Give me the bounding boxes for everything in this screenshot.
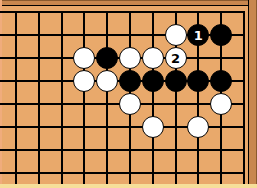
intersection-e1[interactable] [96, 1, 119, 24]
black-stone[interactable] [210, 70, 232, 92]
intersection-i2[interactable]: 1 [187, 24, 210, 47]
intersection-g2[interactable] [141, 24, 164, 47]
intersection-g6[interactable] [141, 116, 164, 139]
intersection-g4[interactable] [141, 70, 164, 93]
intersection-a8[interactable] [5, 162, 28, 185]
intersection-f6[interactable] [119, 116, 142, 139]
black-stone[interactable] [165, 70, 187, 92]
intersection-b1[interactable] [27, 1, 50, 24]
white-stone[interactable] [73, 47, 95, 69]
intersection-d5[interactable] [73, 93, 96, 116]
intersection-d4[interactable] [73, 70, 96, 93]
intersection-f4[interactable] [119, 70, 142, 93]
intersection-h1[interactable] [164, 1, 187, 24]
intersection-a5[interactable] [5, 93, 28, 116]
intersection-k3[interactable] [233, 47, 256, 70]
intersection-j4[interactable] [210, 70, 233, 93]
intersection-c1[interactable] [50, 1, 73, 24]
intersection-h8[interactable] [164, 162, 187, 185]
intersection-i7[interactable] [187, 139, 210, 162]
intersection-d7[interactable] [73, 139, 96, 162]
white-stone[interactable] [96, 70, 118, 92]
intersection-c2[interactable] [50, 24, 73, 47]
intersection-k2[interactable] [233, 24, 256, 47]
intersection-c7[interactable] [50, 139, 73, 162]
intersection-e6[interactable] [96, 116, 119, 139]
intersection-f8[interactable] [119, 162, 142, 185]
intersection-j2[interactable] [210, 24, 233, 47]
intersection-a1[interactable] [5, 1, 28, 24]
intersection-i5[interactable] [187, 93, 210, 116]
intersection-b7[interactable] [27, 139, 50, 162]
black-stone[interactable] [187, 70, 209, 92]
intersection-b2[interactable] [27, 24, 50, 47]
intersection-i8[interactable] [187, 162, 210, 185]
intersection-d3[interactable] [73, 47, 96, 70]
intersection-b8[interactable] [27, 162, 50, 185]
intersection-h2[interactable] [164, 24, 187, 47]
intersection-c3[interactable] [50, 47, 73, 70]
intersection-a6[interactable] [5, 116, 28, 139]
intersection-i4[interactable] [187, 70, 210, 93]
intersection-k5[interactable] [233, 93, 256, 116]
intersection-a2[interactable] [5, 24, 28, 47]
white-stone[interactable] [210, 93, 232, 115]
intersection-j5[interactable] [210, 93, 233, 116]
intersection-a4[interactable] [5, 70, 28, 93]
intersection-g1[interactable] [141, 1, 164, 24]
white-stone[interactable] [119, 93, 141, 115]
intersection-f2[interactable] [119, 24, 142, 47]
white-stone[interactable] [165, 24, 187, 46]
intersection-h7[interactable] [164, 139, 187, 162]
move-number-label: 2 [171, 51, 180, 64]
intersection-d2[interactable] [73, 24, 96, 47]
intersection-h5[interactable] [164, 93, 187, 116]
intersection-d1[interactable] [73, 1, 96, 24]
intersection-k4[interactable] [233, 70, 256, 93]
intersection-g5[interactable] [141, 93, 164, 116]
intersection-j1[interactable] [210, 1, 233, 24]
image-bottom-border [0, 184, 257, 188]
intersection-e8[interactable] [96, 162, 119, 185]
intersection-d8[interactable] [73, 162, 96, 185]
intersection-i6[interactable] [187, 116, 210, 139]
black-stone[interactable] [119, 70, 141, 92]
intersection-k1[interactable] [233, 1, 256, 24]
intersection-i1[interactable] [187, 1, 210, 24]
intersection-f1[interactable] [119, 1, 142, 24]
intersection-k8[interactable] [233, 162, 256, 185]
intersection-e7[interactable] [96, 139, 119, 162]
intersection-a3[interactable] [5, 47, 28, 70]
white-stone[interactable] [142, 47, 164, 69]
intersection-f5[interactable] [119, 93, 142, 116]
intersection-h3[interactable]: 2 [164, 47, 187, 70]
intersection-j6[interactable] [210, 116, 233, 139]
intersection-e4[interactable] [96, 70, 119, 93]
intersection-g8[interactable] [141, 162, 164, 185]
intersection-j8[interactable] [210, 162, 233, 185]
intersection-c6[interactable] [50, 116, 73, 139]
black-stone[interactable]: 1 [187, 24, 209, 46]
intersection-h4[interactable] [164, 70, 187, 93]
intersection-b6[interactable] [27, 116, 50, 139]
intersection-k6[interactable] [233, 116, 256, 139]
intersection-e2[interactable] [96, 24, 119, 47]
white-stone[interactable]: 2 [165, 47, 187, 69]
intersection-g3[interactable] [141, 47, 164, 70]
white-stone[interactable] [73, 70, 95, 92]
intersection-c4[interactable] [50, 70, 73, 93]
intersection-e3[interactable] [96, 47, 119, 70]
intersection-c5[interactable] [50, 93, 73, 116]
intersection-b3[interactable] [27, 47, 50, 70]
intersection-b5[interactable] [27, 93, 50, 116]
intersection-f3[interactable] [119, 47, 142, 70]
intersection-i3[interactable] [187, 47, 210, 70]
white-stone[interactable] [119, 47, 141, 69]
intersection-f7[interactable] [119, 139, 142, 162]
black-stone[interactable] [142, 70, 164, 92]
intersection-e5[interactable] [96, 93, 119, 116]
intersection-j7[interactable] [210, 139, 233, 162]
move-number-label: 1 [194, 28, 203, 41]
intersection-c8[interactable] [50, 162, 73, 185]
intersection-d6[interactable] [73, 116, 96, 139]
go-board-grid: 12 [5, 1, 256, 185]
intersection-j3[interactable] [210, 47, 233, 70]
black-stone[interactable] [96, 47, 118, 69]
black-stone[interactable] [210, 24, 232, 46]
intersection-h6[interactable] [164, 116, 187, 139]
intersection-k7[interactable] [233, 139, 256, 162]
white-stone[interactable] [187, 116, 209, 138]
intersection-a7[interactable] [5, 139, 28, 162]
intersection-g7[interactable] [141, 139, 164, 162]
intersection-b4[interactable] [27, 70, 50, 93]
go-board: 12 [0, 0, 257, 188]
image-left-border [0, 0, 2, 188]
white-stone[interactable] [142, 116, 164, 138]
